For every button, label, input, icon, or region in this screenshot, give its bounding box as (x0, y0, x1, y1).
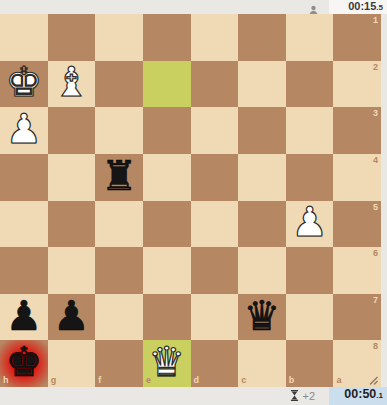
square-f5[interactable] (95, 201, 143, 248)
top-clock-main: 00:15 (348, 0, 376, 12)
square-g1[interactable] (48, 14, 96, 61)
square-c3[interactable] (238, 107, 286, 154)
file-label-g: g (51, 376, 57, 385)
top-player-bar: 00:15.5 (0, 0, 387, 14)
square-h8[interactable]: h♚ (0, 340, 48, 387)
square-g6[interactable] (48, 247, 96, 294)
square-d6[interactable] (191, 247, 239, 294)
square-e5[interactable] (143, 201, 191, 248)
piece-white-king[interactable]: ♚ (5, 62, 42, 103)
piece-white-queen[interactable]: ♛ (148, 342, 185, 383)
rank-label-6: 6 (373, 249, 378, 258)
piece-black-rook[interactable]: ♜ (101, 156, 138, 197)
square-g3[interactable] (48, 107, 96, 154)
square-d1[interactable] (191, 14, 239, 61)
square-d5[interactable] (191, 201, 239, 248)
board-resize-handle[interactable] (367, 372, 379, 384)
square-e4[interactable] (143, 154, 191, 201)
square-a4[interactable]: 4 (333, 154, 381, 201)
square-e1[interactable] (143, 14, 191, 61)
bottom-clock-main: 00:50 (344, 387, 376, 401)
square-c4[interactable] (238, 154, 286, 201)
piece-black-queen[interactable]: ♛ (244, 296, 281, 337)
hourglass-icon (290, 390, 299, 403)
rank-label-7: 7 (373, 296, 378, 305)
square-a1[interactable]: 1 (333, 14, 381, 61)
square-a3[interactable]: 3 (333, 107, 381, 154)
rank-label-8: 8 (373, 342, 378, 351)
square-b5[interactable]: ♟ (286, 201, 334, 248)
file-label-b: b (289, 376, 295, 385)
file-label-c: c (241, 376, 246, 385)
top-clock-tenths: .5 (376, 3, 383, 12)
square-f1[interactable] (95, 14, 143, 61)
square-a6[interactable]: 6 (333, 247, 381, 294)
square-c7[interactable]: ♛ (238, 294, 286, 341)
increment-indicator: +2 (290, 390, 315, 403)
square-a7[interactable]: 7 (333, 294, 381, 341)
square-d4[interactable] (191, 154, 239, 201)
square-h6[interactable] (0, 247, 48, 294)
piece-white-bishop[interactable]: ♝ (53, 62, 90, 103)
square-c6[interactable] (238, 247, 286, 294)
square-h3[interactable]: ♟ (0, 107, 48, 154)
square-b8[interactable]: b (286, 340, 334, 387)
square-d2[interactable] (191, 61, 239, 108)
square-b7[interactable] (286, 294, 334, 341)
square-a2[interactable]: 2 (333, 61, 381, 108)
square-h7[interactable]: ♟ (0, 294, 48, 341)
square-f7[interactable] (95, 294, 143, 341)
square-a5[interactable]: 5 (333, 201, 381, 248)
square-h5[interactable] (0, 201, 48, 248)
file-label-a: a (336, 376, 341, 385)
piece-white-pawn[interactable]: ♟ (291, 202, 328, 243)
top-clock: 00:15.5 (329, 0, 387, 14)
square-b4[interactable] (286, 154, 334, 201)
square-b3[interactable] (286, 107, 334, 154)
game-screen: 00:15.5 1♚♝2♟3♜4♟56♟♟♛7h♚gfe♛dcb8a +2 00… (0, 0, 387, 405)
piece-black-pawn[interactable]: ♟ (53, 296, 90, 337)
square-g8[interactable]: g (48, 340, 96, 387)
rank-label-4: 4 (373, 156, 378, 165)
board-wrap: 1♚♝2♟3♜4♟56♟♟♛7h♚gfe♛dcb8a (0, 14, 381, 387)
square-d7[interactable] (191, 294, 239, 341)
square-f2[interactable] (95, 61, 143, 108)
square-b1[interactable] (286, 14, 334, 61)
square-f4[interactable]: ♜ (95, 154, 143, 201)
square-g2[interactable]: ♝ (48, 61, 96, 108)
square-f8[interactable]: f (95, 340, 143, 387)
square-b2[interactable] (286, 61, 334, 108)
bottom-clock: 00:50.1 (329, 387, 387, 405)
square-d3[interactable] (191, 107, 239, 154)
bottom-player-bar: +2 00:50.1 (0, 387, 387, 405)
square-f6[interactable] (95, 247, 143, 294)
square-e7[interactable] (143, 294, 191, 341)
square-g4[interactable] (48, 154, 96, 201)
square-c5[interactable] (238, 201, 286, 248)
square-g5[interactable] (48, 201, 96, 248)
square-c2[interactable] (238, 61, 286, 108)
file-label-d: d (194, 376, 200, 385)
rank-label-3: 3 (373, 109, 378, 118)
square-c1[interactable] (238, 14, 286, 61)
file-label-f: f (98, 376, 101, 385)
player-bust-icon (308, 2, 319, 13)
square-d8[interactable]: d (191, 340, 239, 387)
piece-black-pawn[interactable]: ♟ (5, 296, 42, 337)
bottom-clock-tenths: .1 (376, 391, 383, 400)
square-h4[interactable] (0, 154, 48, 201)
square-h1[interactable] (0, 14, 48, 61)
square-g7[interactable]: ♟ (48, 294, 96, 341)
square-c8[interactable]: c (238, 340, 286, 387)
piece-black-king[interactable]: ♚ (5, 342, 42, 383)
piece-white-pawn[interactable]: ♟ (5, 109, 42, 150)
square-e3[interactable] (143, 107, 191, 154)
square-b6[interactable] (286, 247, 334, 294)
rank-label-5: 5 (373, 203, 378, 212)
rank-label-2: 2 (373, 63, 378, 72)
square-e8[interactable]: e♛ (143, 340, 191, 387)
square-f3[interactable] (95, 107, 143, 154)
square-h2[interactable]: ♚ (0, 61, 48, 108)
increment-label: +2 (302, 390, 315, 402)
square-e6[interactable] (143, 247, 191, 294)
rank-label-1: 1 (373, 16, 378, 25)
square-e2[interactable] (143, 61, 191, 108)
board: 1♚♝2♟3♜4♟56♟♟♛7h♚gfe♛dcb8a (0, 14, 381, 387)
